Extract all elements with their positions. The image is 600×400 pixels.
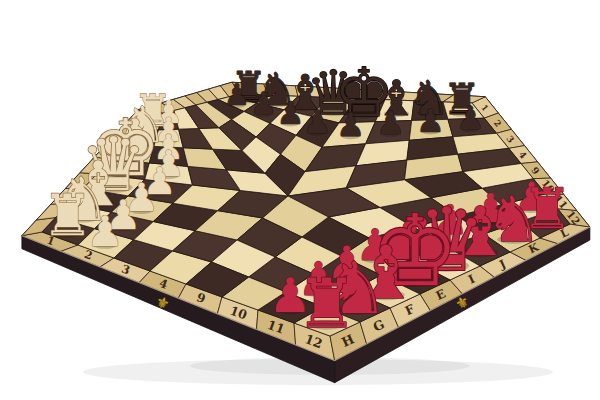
piece-black-pawn: ♟ (276, 95, 304, 131)
piece-black-pawn: ♟ (416, 102, 445, 140)
product-photo-three-player-chess: three-player-chess 12349101112HGFEIJKL12… (0, 0, 600, 400)
piece-black-pawn: ♟ (336, 106, 365, 144)
three-player-chess-board: 12349101112HGFEIJKL12349101112⚜⚜♜♞♟♝♛♜♞♝… (0, 0, 600, 400)
piece-black-pawn: ♟ (223, 77, 250, 112)
piece-black-pawn: ♟ (456, 99, 485, 137)
piece-black-pawn: ♟ (376, 104, 405, 142)
piece-black-pawn: ♟ (250, 86, 278, 121)
piece-white-pawn: ♟ (86, 207, 124, 256)
piece-red-rook: ♜ (296, 264, 357, 343)
piece-black-pawn: ♟ (303, 103, 332, 141)
